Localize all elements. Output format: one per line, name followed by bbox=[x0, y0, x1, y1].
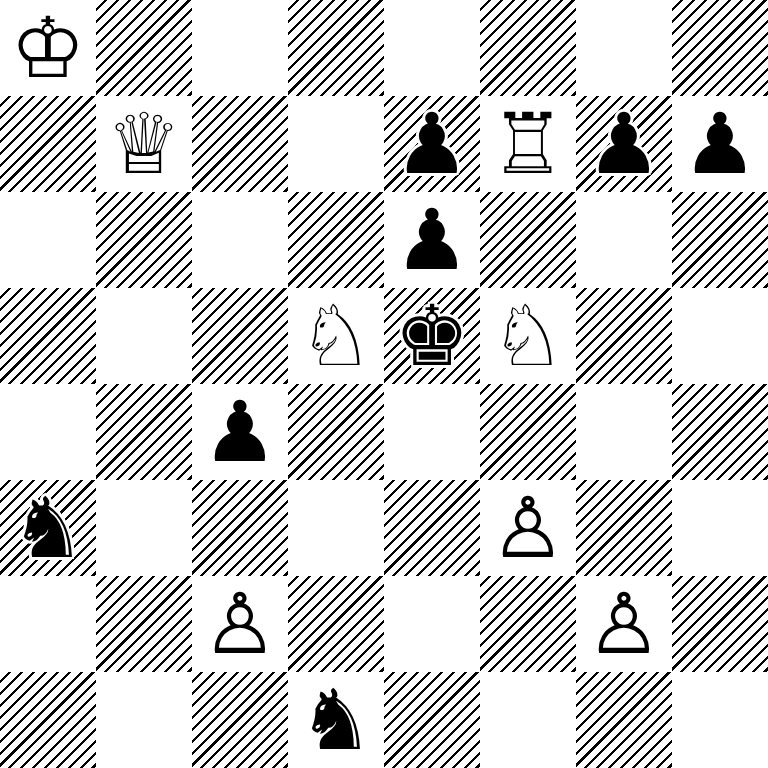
black-pawn: ♟ bbox=[202, 384, 277, 480]
square-b7[interactable]: ♕ bbox=[96, 96, 192, 192]
white-pawn: ♙ bbox=[586, 576, 661, 672]
square-e7[interactable]: ♟ bbox=[384, 96, 480, 192]
square-h8[interactable] bbox=[672, 0, 768, 96]
square-h5[interactable] bbox=[672, 288, 768, 384]
square-h4[interactable] bbox=[672, 384, 768, 480]
white-knight: ♘ bbox=[490, 288, 565, 384]
square-g4[interactable] bbox=[576, 384, 672, 480]
square-h1[interactable] bbox=[672, 672, 768, 768]
square-h2[interactable] bbox=[672, 576, 768, 672]
square-e5[interactable]: ♚ bbox=[384, 288, 480, 384]
square-c7[interactable] bbox=[192, 96, 288, 192]
white-pawn: ♙ bbox=[490, 480, 565, 576]
square-b3[interactable] bbox=[96, 480, 192, 576]
square-b2[interactable] bbox=[96, 576, 192, 672]
square-d2[interactable] bbox=[288, 576, 384, 672]
square-e6[interactable]: ♟ bbox=[384, 192, 480, 288]
black-knight: ♞ bbox=[10, 480, 85, 576]
square-h3[interactable] bbox=[672, 480, 768, 576]
square-f5[interactable]: ♘ bbox=[480, 288, 576, 384]
square-a5[interactable] bbox=[0, 288, 96, 384]
black-pawn: ♟ bbox=[586, 96, 661, 192]
square-d3[interactable] bbox=[288, 480, 384, 576]
square-e2[interactable] bbox=[384, 576, 480, 672]
square-g7[interactable]: ♟ bbox=[576, 96, 672, 192]
square-g5[interactable] bbox=[576, 288, 672, 384]
square-b5[interactable] bbox=[96, 288, 192, 384]
white-queen: ♕ bbox=[106, 96, 181, 192]
square-b1[interactable] bbox=[96, 672, 192, 768]
chess-board: ♔♕♟♖♟♟♟♘♚♘♟♞♙♙♙♞ bbox=[0, 0, 768, 768]
square-d1[interactable]: ♞ bbox=[288, 672, 384, 768]
white-pawn: ♙ bbox=[202, 576, 277, 672]
square-a3[interactable]: ♞ bbox=[0, 480, 96, 576]
square-g8[interactable] bbox=[576, 0, 672, 96]
white-king: ♔ bbox=[10, 0, 85, 96]
black-pawn: ♟ bbox=[682, 96, 757, 192]
square-a7[interactable] bbox=[0, 96, 96, 192]
square-c4[interactable]: ♟ bbox=[192, 384, 288, 480]
square-f4[interactable] bbox=[480, 384, 576, 480]
square-c3[interactable] bbox=[192, 480, 288, 576]
square-f6[interactable] bbox=[480, 192, 576, 288]
square-a4[interactable] bbox=[0, 384, 96, 480]
square-g1[interactable] bbox=[576, 672, 672, 768]
square-f1[interactable] bbox=[480, 672, 576, 768]
square-d4[interactable] bbox=[288, 384, 384, 480]
square-a8[interactable]: ♔ bbox=[0, 0, 96, 96]
square-a6[interactable] bbox=[0, 192, 96, 288]
square-g6[interactable] bbox=[576, 192, 672, 288]
square-b8[interactable] bbox=[96, 0, 192, 96]
square-c2[interactable]: ♙ bbox=[192, 576, 288, 672]
square-g2[interactable]: ♙ bbox=[576, 576, 672, 672]
square-f7[interactable]: ♖ bbox=[480, 96, 576, 192]
square-e3[interactable] bbox=[384, 480, 480, 576]
white-rook: ♖ bbox=[490, 96, 565, 192]
square-f2[interactable] bbox=[480, 576, 576, 672]
square-b4[interactable] bbox=[96, 384, 192, 480]
black-knight: ♞ bbox=[298, 672, 373, 768]
square-d8[interactable] bbox=[288, 0, 384, 96]
white-knight: ♘ bbox=[298, 288, 373, 384]
square-g3[interactable] bbox=[576, 480, 672, 576]
square-h7[interactable]: ♟ bbox=[672, 96, 768, 192]
square-e8[interactable] bbox=[384, 0, 480, 96]
square-c6[interactable] bbox=[192, 192, 288, 288]
square-d5[interactable]: ♘ bbox=[288, 288, 384, 384]
square-h6[interactable] bbox=[672, 192, 768, 288]
square-d6[interactable] bbox=[288, 192, 384, 288]
square-e1[interactable] bbox=[384, 672, 480, 768]
square-c1[interactable] bbox=[192, 672, 288, 768]
square-c8[interactable] bbox=[192, 0, 288, 96]
square-a2[interactable] bbox=[0, 576, 96, 672]
black-pawn: ♟ bbox=[394, 96, 469, 192]
square-e4[interactable] bbox=[384, 384, 480, 480]
square-f8[interactable] bbox=[480, 0, 576, 96]
black-pawn: ♟ bbox=[394, 192, 469, 288]
square-f3[interactable]: ♙ bbox=[480, 480, 576, 576]
square-a1[interactable] bbox=[0, 672, 96, 768]
square-c5[interactable] bbox=[192, 288, 288, 384]
black-king: ♚ bbox=[394, 288, 469, 384]
square-b6[interactable] bbox=[96, 192, 192, 288]
square-d7[interactable] bbox=[288, 96, 384, 192]
